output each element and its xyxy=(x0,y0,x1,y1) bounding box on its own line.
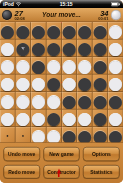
white-disc: ● xyxy=(15,110,30,127)
black-disc: ● xyxy=(108,92,123,109)
constructor-button[interactable]: Constructor xyxy=(43,165,79,179)
white-disc: ● xyxy=(15,92,30,109)
cell-h1[interactable]: ● xyxy=(108,22,123,39)
black-disc: ● xyxy=(77,92,92,109)
cell-g4[interactable]: ● xyxy=(93,75,108,92)
white-disc: ● xyxy=(46,92,61,109)
black-disc: ● xyxy=(0,22,15,39)
cell-f5[interactable]: ● xyxy=(77,92,92,109)
cell-b3[interactable]: ● xyxy=(15,57,30,74)
white-disc: ● xyxy=(77,110,92,127)
cell-b6[interactable]: ● xyxy=(15,110,30,127)
black-disc: ● xyxy=(31,57,46,74)
cell-a4[interactable]: ● xyxy=(0,75,15,92)
cell-f6[interactable]: ● xyxy=(77,110,92,127)
new-game-button[interactable]: New game xyxy=(43,147,79,161)
white-player-disc-icon xyxy=(111,10,121,20)
black-disc: ● xyxy=(93,92,108,109)
cell-c2[interactable]: ● xyxy=(31,40,46,57)
black-disc: ● xyxy=(77,22,92,39)
cell-g5[interactable]: ● xyxy=(93,92,108,109)
cell-e2[interactable]: ● xyxy=(62,40,77,57)
black-disc: ● xyxy=(93,22,108,39)
black-disc: ● xyxy=(77,75,92,92)
cell-d3[interactable]: ● xyxy=(46,57,61,74)
cell-g2[interactable]: ● xyxy=(93,40,108,57)
white-disc: ● xyxy=(0,40,15,57)
statistics-button[interactable]: Statistics xyxy=(83,165,119,179)
cell-d1[interactable]: ● xyxy=(46,22,61,39)
white-disc: ● xyxy=(62,110,77,127)
cell-c4[interactable]: ● xyxy=(31,75,46,92)
white-disc: ● xyxy=(62,75,77,92)
white-disc: ● xyxy=(108,40,123,57)
cell-b2[interactable]: ●➤ xyxy=(15,40,30,57)
white-disc: ● xyxy=(15,75,30,92)
cell-d4[interactable]: ● xyxy=(46,75,61,92)
white-disc: ● xyxy=(15,57,30,74)
cell-g6[interactable]: ● xyxy=(93,110,108,127)
white-disc: ● xyxy=(108,110,123,127)
options-button[interactable]: Options xyxy=(83,147,119,161)
cell-d2[interactable]: ● xyxy=(46,40,61,57)
black-disc: ● xyxy=(15,22,30,39)
status-clock: 15:15 xyxy=(60,1,73,7)
black-player-disc-icon xyxy=(2,10,12,20)
undo-move-button[interactable]: Undo move xyxy=(4,147,40,161)
white-disc: ● xyxy=(108,75,123,92)
cell-a6[interactable]: ● xyxy=(0,110,15,127)
black-disc: ● xyxy=(77,40,92,57)
cell-h4[interactable]: ● xyxy=(108,75,123,92)
cell-e1[interactable]: ● xyxy=(62,22,77,39)
cell-f4[interactable]: ● xyxy=(77,75,92,92)
battery-icon xyxy=(111,2,120,7)
cell-f1[interactable]: ● xyxy=(77,22,92,39)
cell-h6[interactable]: ● xyxy=(108,110,123,127)
cell-a2[interactable]: ● xyxy=(0,40,15,57)
cell-a3[interactable]: ● xyxy=(0,57,15,74)
white-disc: ● xyxy=(31,75,46,92)
legal-move-hint-dot: ● xyxy=(22,134,24,138)
black-disc: ● xyxy=(62,22,77,39)
cell-a5[interactable]: ● xyxy=(0,92,15,109)
white-disc: ● xyxy=(108,22,123,39)
cell-b5[interactable]: ● xyxy=(15,92,30,109)
cell-e3[interactable]: ● xyxy=(62,57,77,74)
black-disc: ● xyxy=(46,40,61,57)
black-disc: ● xyxy=(62,40,77,57)
cell-f2[interactable]: ● xyxy=(77,40,92,57)
cell-c5[interactable]: ● xyxy=(31,92,46,109)
screenshot-viewport: iPod 15:15 27 02:08 Your move... 34 00:0… xyxy=(0,0,123,183)
black-disc: ● xyxy=(93,110,108,127)
white-disc: ● xyxy=(46,57,61,74)
white-disc: ● xyxy=(31,110,46,127)
cell-c3[interactable]: ● xyxy=(31,57,46,74)
cell-c6[interactable]: ● xyxy=(31,110,46,127)
white-disc: ● xyxy=(31,92,46,109)
black-disc: ● xyxy=(93,75,108,92)
cell-h5[interactable]: ● xyxy=(108,92,123,109)
wifi-icon xyxy=(15,2,21,7)
white-disc: ● xyxy=(0,75,15,92)
black-disc: ● xyxy=(93,40,108,57)
cell-d6[interactable]: ● xyxy=(46,110,61,127)
turn-message: Your move... xyxy=(27,11,96,19)
board: ●●●●●●●●●●➤●●●●●●●●●●●●●●●●●●●●●●●●●●●●●… xyxy=(0,22,123,142)
cell-g3[interactable]: ● xyxy=(93,57,108,74)
legal-move-hint-dot: ● xyxy=(6,134,8,138)
cell-d5[interactable]: ● xyxy=(46,92,61,109)
redo-move-button[interactable]: Redo move xyxy=(4,165,40,179)
black-disc: ● xyxy=(62,92,77,109)
white-disc: ● xyxy=(62,57,77,74)
white-disc: ● xyxy=(77,57,92,74)
black-disc: ● xyxy=(93,57,108,74)
white-disc: ● xyxy=(0,92,15,109)
cell-b4[interactable]: ● xyxy=(15,75,30,92)
black-score: 27 xyxy=(15,9,25,17)
black-disc: ● xyxy=(46,75,61,92)
cell-c1[interactable]: ● xyxy=(31,22,46,39)
status-bar: iPod 15:15 xyxy=(0,0,123,8)
white-score: 34 xyxy=(100,9,108,17)
white-disc: ● xyxy=(0,110,15,127)
black-disc: ● xyxy=(31,40,46,57)
cell-e5[interactable]: ● xyxy=(62,92,77,109)
cell-h3[interactable]: ● xyxy=(108,57,123,74)
cell-e6[interactable]: ● xyxy=(62,110,77,127)
cell-b1[interactable]: ● xyxy=(15,22,30,39)
cell-e4[interactable]: ● xyxy=(62,75,77,92)
othello-app-window: iPod 15:15 27 02:08 Your move... 34 00:0… xyxy=(0,0,123,183)
cell-f3[interactable]: ● xyxy=(77,57,92,74)
carrier-label: iPod xyxy=(3,1,14,7)
black-disc: ● xyxy=(31,22,46,39)
cell-h2[interactable]: ● xyxy=(108,40,123,57)
cell-a1[interactable]: ● xyxy=(0,22,15,39)
white-disc: ● xyxy=(108,57,123,74)
black-disc: ● xyxy=(46,110,61,127)
black-disc: ● xyxy=(46,22,61,39)
button-panel: Undo move New game Options Redo move Con… xyxy=(0,142,123,183)
cell-g1[interactable]: ● xyxy=(93,22,108,39)
white-disc: ● xyxy=(0,57,15,74)
